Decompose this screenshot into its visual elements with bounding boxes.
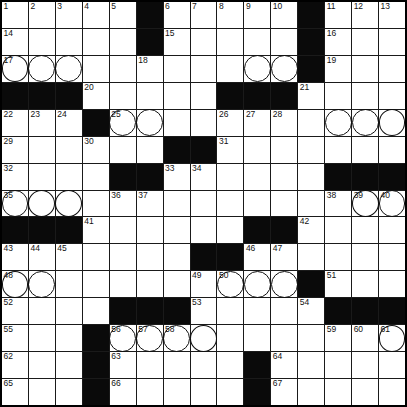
circle-marker <box>28 271 55 298</box>
grid-cell[interactable] <box>298 110 324 136</box>
grid-cell[interactable] <box>29 191 55 217</box>
black-cell <box>379 298 405 324</box>
black-cell <box>191 244 217 270</box>
grid-cell[interactable] <box>298 379 324 405</box>
grid-cell[interactable]: 24 <box>56 110 82 136</box>
grid-cell[interactable]: 36 <box>110 191 136 217</box>
grid-cell[interactable]: 33 <box>164 164 190 190</box>
black-cell <box>271 83 297 109</box>
grid-cell[interactable]: 49 <box>191 271 217 297</box>
black-cell <box>2 217 28 243</box>
clue-number: 45 <box>57 244 66 254</box>
grid-cell[interactable]: 42 <box>298 217 324 243</box>
black-cell <box>244 83 270 109</box>
clue-number: 15 <box>165 29 174 39</box>
black-cell <box>83 352 109 378</box>
clue-number: 61 <box>381 325 390 335</box>
grid-cell[interactable] <box>379 244 405 270</box>
grid-cell[interactable] <box>271 164 297 190</box>
grid-cell[interactable] <box>325 352 351 378</box>
grid-cell[interactable] <box>110 137 136 163</box>
grid-cell[interactable] <box>271 271 297 297</box>
grid-cell[interactable]: 23 <box>29 110 55 136</box>
grid-cell[interactable] <box>164 191 190 217</box>
clue-number: 6 <box>165 2 170 12</box>
grid-cell[interactable] <box>56 352 82 378</box>
grid-cell[interactable]: 16 <box>325 29 351 55</box>
grid-cell[interactable] <box>164 217 190 243</box>
clue-number: 12 <box>354 2 363 12</box>
grid-cell[interactable] <box>164 56 190 82</box>
grid-cell[interactable]: 27 <box>244 110 270 136</box>
grid-cell[interactable]: 52 <box>2 298 28 324</box>
grid-cell[interactable]: 7 <box>191 2 217 28</box>
circle-marker <box>271 271 298 298</box>
grid-cell[interactable] <box>217 191 243 217</box>
grid-cell[interactable] <box>352 244 378 270</box>
circle-marker <box>244 55 271 82</box>
grid-cell[interactable] <box>164 83 190 109</box>
grid-cell[interactable]: 22 <box>2 110 28 136</box>
grid-cell[interactable]: 3 <box>56 2 82 28</box>
grid-cell[interactable] <box>191 110 217 136</box>
grid-cell[interactable]: 41 <box>83 217 109 243</box>
clue-number: 23 <box>30 110 39 120</box>
clue-number: 42 <box>300 217 309 227</box>
grid-cell[interactable] <box>56 29 82 55</box>
clue-number: 44 <box>30 244 39 254</box>
grid-cell[interactable] <box>110 83 136 109</box>
grid-cell[interactable]: 40 <box>379 191 405 217</box>
clue-number: 21 <box>300 83 309 93</box>
grid-cell[interactable]: 31 <box>217 137 243 163</box>
grid-cell[interactable] <box>352 56 378 82</box>
clue-number: 14 <box>4 29 13 39</box>
grid-cell[interactable]: 67 <box>271 379 297 405</box>
clue-number: 66 <box>111 379 120 389</box>
circle-marker <box>28 55 55 82</box>
grid-cell[interactable]: 13 <box>379 2 405 28</box>
grid-cell[interactable] <box>83 164 109 190</box>
grid-cell[interactable]: 39 <box>352 191 378 217</box>
grid-cell[interactable] <box>110 29 136 55</box>
grid-cell[interactable] <box>217 379 243 405</box>
grid-cell[interactable] <box>352 137 378 163</box>
clue-number: 40 <box>381 191 390 201</box>
grid-cell[interactable]: 38 <box>325 191 351 217</box>
grid-cell[interactable] <box>56 379 82 405</box>
grid-cell[interactable] <box>352 352 378 378</box>
clue-number: 31 <box>219 137 228 147</box>
grid-cell[interactable] <box>217 298 243 324</box>
clue-number: 63 <box>111 352 120 362</box>
grid-cell[interactable] <box>352 83 378 109</box>
grid-cell[interactable]: 45 <box>56 244 82 270</box>
grid-cell[interactable]: 54 <box>298 298 324 324</box>
grid-cell[interactable]: 20 <box>83 83 109 109</box>
clue-number: 65 <box>4 379 13 389</box>
grid-cell[interactable] <box>217 352 243 378</box>
grid-cell[interactable] <box>164 244 190 270</box>
grid-cell[interactable] <box>379 379 405 405</box>
grid-cell[interactable]: 61 <box>379 325 405 351</box>
grid-cell[interactable] <box>137 379 163 405</box>
clue-number: 22 <box>4 110 13 120</box>
black-cell <box>83 379 109 405</box>
clue-number: 46 <box>246 244 255 254</box>
clue-number: 67 <box>273 379 282 389</box>
clue-number: 29 <box>4 137 13 147</box>
grid-cell[interactable] <box>29 379 55 405</box>
grid-cell[interactable] <box>83 191 109 217</box>
clue-number: 50 <box>219 271 228 281</box>
black-cell <box>244 352 270 378</box>
grid-cell[interactable] <box>298 244 324 270</box>
grid-cell[interactable] <box>137 217 163 243</box>
grid-cell[interactable] <box>271 298 297 324</box>
grid-cell[interactable] <box>29 298 55 324</box>
grid-cell[interactable] <box>325 110 351 136</box>
grid-cell[interactable] <box>164 352 190 378</box>
grid-cell[interactable] <box>244 56 270 82</box>
black-cell <box>164 298 190 324</box>
circle-marker <box>55 55 82 82</box>
clue-number: 56 <box>111 325 120 335</box>
grid-cell[interactable]: 50 <box>217 271 243 297</box>
grid-cell[interactable]: 10 <box>271 2 297 28</box>
grid-cell[interactable] <box>29 271 55 297</box>
grid-cell[interactable] <box>352 217 378 243</box>
grid-cell[interactable] <box>244 29 270 55</box>
grid-cell[interactable] <box>379 83 405 109</box>
black-cell <box>2 83 28 109</box>
grid-cell[interactable] <box>56 164 82 190</box>
grid-cell[interactable] <box>164 379 190 405</box>
clue-number: 3 <box>57 2 62 12</box>
black-cell <box>244 217 270 243</box>
grid-cell[interactable]: 5 <box>110 2 136 28</box>
black-cell <box>83 325 109 351</box>
black-cell <box>298 56 324 82</box>
grid-cell[interactable]: 18 <box>137 56 163 82</box>
clue-number: 13 <box>381 2 390 12</box>
grid-cell[interactable] <box>271 325 297 351</box>
clue-number: 64 <box>273 352 282 362</box>
clue-number: 39 <box>354 191 363 201</box>
grid-cell[interactable] <box>325 217 351 243</box>
crossword-grid: 1234567891011121314151617181920212223242… <box>0 0 407 407</box>
grid-cell[interactable]: 53 <box>191 298 217 324</box>
black-cell <box>352 298 378 324</box>
grid-cell[interactable] <box>271 137 297 163</box>
grid-cell[interactable] <box>110 244 136 270</box>
grid-cell[interactable] <box>137 137 163 163</box>
grid-cell[interactable] <box>191 379 217 405</box>
grid-cell[interactable] <box>191 191 217 217</box>
clue-number: 48 <box>4 271 13 281</box>
grid-cell[interactable] <box>56 56 82 82</box>
grid-cell[interactable] <box>29 352 55 378</box>
clue-number: 52 <box>4 298 13 308</box>
grid-cell[interactable]: 17 <box>2 56 28 82</box>
clue-number: 25 <box>111 110 120 120</box>
grid-cell[interactable] <box>191 325 217 351</box>
clue-number: 55 <box>4 325 13 335</box>
clue-number: 20 <box>84 83 93 93</box>
clue-number: 16 <box>327 29 336 39</box>
grid-cell[interactable] <box>379 217 405 243</box>
grid-cell[interactable]: 66 <box>110 379 136 405</box>
grid-cell[interactable] <box>379 352 405 378</box>
clue-number: 34 <box>192 164 201 174</box>
grid-cell[interactable] <box>83 29 109 55</box>
grid-cell[interactable]: 43 <box>2 244 28 270</box>
grid-cell[interactable] <box>217 164 243 190</box>
grid-cell[interactable] <box>325 379 351 405</box>
grid-cell[interactable]: 8 <box>217 2 243 28</box>
black-cell <box>137 29 163 55</box>
black-cell <box>379 164 405 190</box>
grid-cell[interactable] <box>325 83 351 109</box>
clue-number: 38 <box>327 191 336 201</box>
grid-cell[interactable] <box>217 56 243 82</box>
clue-number: 59 <box>327 325 336 335</box>
circle-marker <box>352 109 379 136</box>
clue-number: 43 <box>4 244 13 254</box>
grid-cell[interactable] <box>352 379 378 405</box>
grid-cell[interactable] <box>137 352 163 378</box>
grid-cell[interactable] <box>298 164 324 190</box>
grid-cell[interactable] <box>56 298 82 324</box>
clue-number: 28 <box>273 110 282 120</box>
black-cell <box>137 298 163 324</box>
clue-number: 53 <box>192 298 201 308</box>
black-cell <box>298 2 324 28</box>
clue-number: 37 <box>138 191 147 201</box>
grid-cell[interactable] <box>137 110 163 136</box>
black-cell <box>83 110 109 136</box>
grid-cell[interactable]: 21 <box>298 83 324 109</box>
grid-cell[interactable] <box>137 244 163 270</box>
clue-number: 19 <box>327 56 336 66</box>
black-cell <box>191 137 217 163</box>
grid-cell[interactable] <box>110 271 136 297</box>
grid-cell[interactable] <box>379 56 405 82</box>
grid-cell[interactable]: 34 <box>191 164 217 190</box>
grid-cell[interactable] <box>352 271 378 297</box>
grid-cell[interactable] <box>29 164 55 190</box>
grid-cell[interactable] <box>298 352 324 378</box>
circle-marker <box>136 109 163 136</box>
grid-cell[interactable] <box>298 325 324 351</box>
grid-cell[interactable]: 44 <box>29 244 55 270</box>
grid-cell[interactable]: 46 <box>244 244 270 270</box>
clue-number: 24 <box>57 110 66 120</box>
clue-number: 9 <box>246 2 251 12</box>
grid-cell[interactable] <box>191 56 217 82</box>
black-cell <box>325 164 351 190</box>
black-cell <box>56 217 82 243</box>
clue-number: 27 <box>246 110 255 120</box>
grid-cell[interactable] <box>83 244 109 270</box>
grid-cell[interactable] <box>379 110 405 136</box>
clue-number: 10 <box>273 2 282 12</box>
grid-cell[interactable] <box>352 110 378 136</box>
grid-cell[interactable] <box>29 137 55 163</box>
black-cell <box>137 2 163 28</box>
grid-cell[interactable]: 57 <box>137 325 163 351</box>
grid-cell[interactable]: 2 <box>29 2 55 28</box>
grid-cell[interactable]: 37 <box>137 191 163 217</box>
grid-cell[interactable] <box>325 137 351 163</box>
grid-cell[interactable] <box>56 271 82 297</box>
clue-number: 49 <box>192 271 201 281</box>
circle-marker <box>244 271 271 298</box>
grid-cell[interactable] <box>56 137 82 163</box>
grid-cell[interactable]: 63 <box>110 352 136 378</box>
clue-number: 2 <box>30 2 35 12</box>
black-cell <box>271 217 297 243</box>
clue-number: 57 <box>138 325 147 335</box>
black-cell <box>110 298 136 324</box>
grid-cell[interactable] <box>164 110 190 136</box>
grid-cell[interactable] <box>244 137 270 163</box>
black-cell <box>56 83 82 109</box>
grid-cell[interactable]: 15 <box>164 29 190 55</box>
grid-cell[interactable] <box>379 271 405 297</box>
clue-number: 1 <box>4 2 9 12</box>
grid-cell[interactable]: 32 <box>2 164 28 190</box>
grid-cell[interactable]: 11 <box>325 2 351 28</box>
black-cell <box>164 137 190 163</box>
grid-cell[interactable]: 12 <box>352 2 378 28</box>
grid-cell[interactable] <box>83 298 109 324</box>
grid-cell[interactable]: 9 <box>244 2 270 28</box>
black-cell <box>352 164 378 190</box>
grid-cell[interactable] <box>56 191 82 217</box>
black-cell <box>29 83 55 109</box>
grid-cell[interactable] <box>110 56 136 82</box>
clue-number: 54 <box>300 298 309 308</box>
clue-number: 62 <box>4 352 13 362</box>
grid-cell[interactable]: 6 <box>164 2 190 28</box>
clue-number: 33 <box>165 164 174 174</box>
circle-marker <box>379 109 406 136</box>
grid-cell[interactable]: 4 <box>83 2 109 28</box>
grid-cell[interactable]: 65 <box>2 379 28 405</box>
grid-cell[interactable] <box>29 325 55 351</box>
grid-cell[interactable] <box>298 137 324 163</box>
grid-cell[interactable] <box>217 325 243 351</box>
grid-cell[interactable] <box>271 191 297 217</box>
black-cell <box>110 164 136 190</box>
grid-cell[interactable] <box>379 137 405 163</box>
grid-cell[interactable] <box>271 56 297 82</box>
grid-cell[interactable] <box>244 298 270 324</box>
grid-cell[interactable] <box>244 325 270 351</box>
grid-cell[interactable] <box>29 56 55 82</box>
grid-cell[interactable] <box>83 56 109 82</box>
black-cell <box>244 379 270 405</box>
grid-cell[interactable]: 62 <box>2 352 28 378</box>
grid-cell[interactable] <box>379 29 405 55</box>
grid-cell[interactable] <box>352 29 378 55</box>
circle-marker <box>271 55 298 82</box>
grid-cell[interactable]: 58 <box>164 325 190 351</box>
clue-number: 26 <box>219 110 228 120</box>
circle-marker <box>28 190 55 217</box>
grid-cell[interactable]: 25 <box>110 110 136 136</box>
grid-cell[interactable] <box>298 191 324 217</box>
grid-cell[interactable]: 56 <box>110 325 136 351</box>
grid-cell[interactable] <box>325 244 351 270</box>
grid-cell[interactable]: 26 <box>217 110 243 136</box>
grid-cell[interactable]: 48 <box>2 271 28 297</box>
clue-number: 30 <box>84 137 93 147</box>
circle-marker <box>190 325 217 352</box>
black-cell <box>137 164 163 190</box>
clue-number: 47 <box>273 244 282 254</box>
grid-cell[interactable] <box>137 83 163 109</box>
grid-cell[interactable] <box>217 29 243 55</box>
grid-cell[interactable] <box>56 325 82 351</box>
circle-marker <box>55 190 82 217</box>
black-cell <box>325 298 351 324</box>
grid-cell[interactable] <box>191 83 217 109</box>
grid-cell[interactable]: 59 <box>325 325 351 351</box>
grid-cell[interactable] <box>244 191 270 217</box>
grid-cell[interactable]: 51 <box>325 271 351 297</box>
grid-cell[interactable] <box>110 217 136 243</box>
black-cell <box>217 83 243 109</box>
grid-cell[interactable] <box>191 217 217 243</box>
grid-cell[interactable]: 47 <box>271 244 297 270</box>
grid-cell[interactable]: 1 <box>2 2 28 28</box>
grid-cell[interactable]: 64 <box>271 352 297 378</box>
grid-cell[interactable] <box>244 164 270 190</box>
grid-cell[interactable] <box>271 29 297 55</box>
grid-cell[interactable] <box>164 271 190 297</box>
clue-number: 60 <box>354 325 363 335</box>
clue-number: 41 <box>84 217 93 227</box>
grid-cell[interactable]: 30 <box>83 137 109 163</box>
clue-number: 51 <box>327 271 336 281</box>
clue-number: 4 <box>84 2 89 12</box>
clue-number: 18 <box>138 56 147 66</box>
clue-number: 8 <box>219 2 224 12</box>
black-cell <box>298 29 324 55</box>
grid-cell[interactable]: 55 <box>2 325 28 351</box>
grid-cell[interactable]: 28 <box>271 110 297 136</box>
grid-cell[interactable] <box>191 352 217 378</box>
grid-cell[interactable]: 14 <box>2 29 28 55</box>
clue-number: 35 <box>4 191 13 201</box>
clue-number: 36 <box>111 191 120 201</box>
grid-cell[interactable] <box>29 29 55 55</box>
grid-cell[interactable]: 35 <box>2 191 28 217</box>
grid-cell[interactable] <box>217 217 243 243</box>
grid-cell[interactable] <box>191 29 217 55</box>
grid-cell[interactable] <box>244 271 270 297</box>
grid-cell[interactable]: 19 <box>325 56 351 82</box>
grid-cell[interactable] <box>83 271 109 297</box>
clue-number: 32 <box>4 164 13 174</box>
circle-marker <box>325 109 352 136</box>
grid-cell[interactable]: 29 <box>2 137 28 163</box>
grid-cell[interactable]: 60 <box>352 325 378 351</box>
clue-number: 11 <box>327 2 336 12</box>
grid-cell[interactable] <box>137 271 163 297</box>
